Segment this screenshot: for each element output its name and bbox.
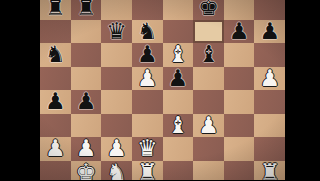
square-h2[interactable]	[254, 137, 285, 161]
piece-white-bishop[interactable]: ♝	[168, 114, 189, 137]
square-h7[interactable]: ♟	[254, 20, 285, 44]
square-c2[interactable]: ♟	[101, 137, 132, 161]
square-a2[interactable]: ♟	[40, 137, 71, 161]
square-f5[interactable]	[193, 67, 224, 91]
square-g2[interactable]	[224, 137, 255, 161]
square-b2[interactable]: ♟	[71, 137, 102, 161]
piece-white-rook[interactable]: ♜	[137, 161, 158, 180]
square-g1[interactable]	[224, 161, 255, 181]
square-a1[interactable]	[40, 161, 71, 181]
square-d1[interactable]: ♜	[132, 161, 163, 181]
square-g3[interactable]	[224, 114, 255, 138]
square-a3[interactable]	[40, 114, 71, 138]
square-f2[interactable]	[193, 137, 224, 161]
piece-white-bishop[interactable]: ♝	[168, 43, 189, 66]
square-g8[interactable]	[224, 0, 255, 20]
square-f7[interactable]	[193, 20, 224, 44]
square-e1[interactable]	[163, 161, 194, 181]
square-c1[interactable]: ♞	[101, 161, 132, 181]
square-c3[interactable]	[101, 114, 132, 138]
piece-white-pawn[interactable]: ♟	[106, 137, 127, 160]
square-f6[interactable]: ♝	[193, 43, 224, 67]
square-g6[interactable]	[224, 43, 255, 67]
square-b8[interactable]: ♜	[71, 0, 102, 20]
square-b7[interactable]	[71, 20, 102, 44]
square-a6[interactable]: ♞	[40, 43, 71, 67]
square-g4[interactable]	[224, 90, 255, 114]
square-f4[interactable]	[193, 90, 224, 114]
square-b1[interactable]: ♚	[71, 161, 102, 181]
square-e2[interactable]	[163, 137, 194, 161]
square-d5[interactable]: ♟	[132, 67, 163, 91]
video-frame: ♜♜♚♛♞♟♟♞♟♝♝♟♟♟♟♟♝♟♟♟♟♛♚♞♜♜	[0, 0, 320, 180]
piece-white-pawn[interactable]: ♟	[137, 67, 158, 90]
piece-black-pawn[interactable]: ♟	[259, 20, 280, 43]
piece-black-pawn[interactable]: ♟	[45, 90, 66, 113]
piece-black-pawn[interactable]: ♟	[137, 43, 158, 66]
piece-white-rook[interactable]: ♜	[259, 161, 280, 180]
square-h1[interactable]: ♜	[254, 161, 285, 181]
chess-board: ♜♜♚♛♞♟♟♞♟♝♝♟♟♟♟♟♝♟♟♟♟♛♚♞♜♜	[40, 0, 285, 180]
square-f8[interactable]: ♚	[193, 0, 224, 20]
square-d2[interactable]: ♛	[132, 137, 163, 161]
piece-black-rook[interactable]: ♜	[45, 0, 66, 19]
square-c6[interactable]	[101, 43, 132, 67]
square-b5[interactable]	[71, 67, 102, 91]
piece-black-king[interactable]: ♚	[198, 0, 219, 19]
square-d7[interactable]: ♞	[132, 20, 163, 44]
square-g7[interactable]: ♟	[224, 20, 255, 44]
square-c7[interactable]: ♛	[101, 20, 132, 44]
square-e3[interactable]: ♝	[163, 114, 194, 138]
square-c5[interactable]	[101, 67, 132, 91]
letterbox-left	[0, 0, 40, 180]
piece-black-pawn[interactable]: ♟	[229, 20, 250, 43]
piece-white-pawn[interactable]: ♟	[198, 114, 219, 137]
square-d3[interactable]	[132, 114, 163, 138]
square-e7[interactable]	[163, 20, 194, 44]
piece-black-knight[interactable]: ♞	[137, 20, 158, 43]
piece-black-pawn[interactable]: ♟	[168, 67, 189, 90]
square-e6[interactable]: ♝	[163, 43, 194, 67]
square-h5[interactable]: ♟	[254, 67, 285, 91]
piece-white-queen[interactable]: ♛	[137, 137, 158, 160]
letterbox-right	[285, 0, 320, 180]
square-h3[interactable]	[254, 114, 285, 138]
square-h6[interactable]	[254, 43, 285, 67]
square-a4[interactable]: ♟	[40, 90, 71, 114]
square-b3[interactable]	[71, 114, 102, 138]
piece-white-pawn[interactable]: ♟	[259, 67, 280, 90]
square-h4[interactable]	[254, 90, 285, 114]
square-g5[interactable]	[224, 67, 255, 91]
square-h8[interactable]	[254, 0, 285, 20]
square-a5[interactable]	[40, 67, 71, 91]
piece-black-pawn[interactable]: ♟	[76, 90, 97, 113]
square-b4[interactable]: ♟	[71, 90, 102, 114]
piece-black-queen[interactable]: ♛	[106, 20, 127, 43]
square-d8[interactable]	[132, 0, 163, 20]
square-c4[interactable]	[101, 90, 132, 114]
square-e5[interactable]: ♟	[163, 67, 194, 91]
square-c8[interactable]	[101, 0, 132, 20]
square-d6[interactable]: ♟	[132, 43, 163, 67]
piece-black-knight[interactable]: ♞	[45, 43, 66, 66]
square-e8[interactable]	[163, 0, 194, 20]
square-f1[interactable]	[193, 161, 224, 181]
square-a8[interactable]: ♜	[40, 0, 71, 20]
piece-white-pawn[interactable]: ♟	[45, 137, 66, 160]
square-f3[interactable]: ♟	[193, 114, 224, 138]
square-b6[interactable]	[71, 43, 102, 67]
piece-white-pawn[interactable]: ♟	[76, 137, 97, 160]
piece-white-knight[interactable]: ♞	[106, 161, 127, 180]
piece-black-bishop[interactable]: ♝	[198, 43, 219, 66]
square-a7[interactable]	[40, 20, 71, 44]
square-e4[interactable]	[163, 90, 194, 114]
piece-black-rook[interactable]: ♜	[76, 0, 97, 19]
piece-white-king[interactable]: ♚	[76, 161, 97, 180]
square-d4[interactable]	[132, 90, 163, 114]
